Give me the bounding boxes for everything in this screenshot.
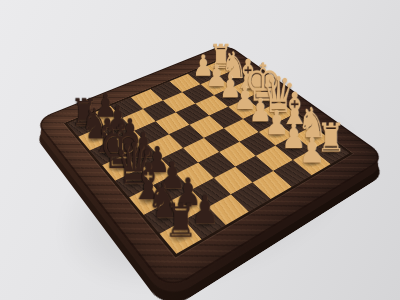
square-a8[interactable]: ♜ — [160, 220, 202, 254]
black-rook-icon: ♜ — [148, 200, 213, 242]
scene-background: ♜♟♟♜♞♟♟♞♝♟♟♝♚♟♟♚♛♟♟♛♝♟♟♝♞♟♟♞♜♟♟♜ — [0, 0, 400, 300]
white-pawn-icon: ♟ — [284, 134, 340, 166]
